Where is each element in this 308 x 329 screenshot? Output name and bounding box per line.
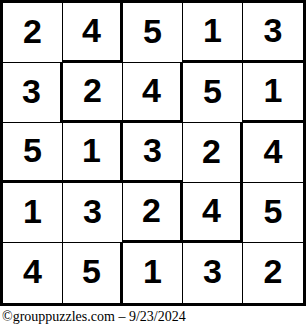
cell-r5c3: 1 [123,243,183,303]
cell-r3c5: 4 [243,123,303,183]
cell-r2c1: 3 [3,63,63,123]
cell-r1c2: 4 [63,3,123,63]
cell-r1c5: 3 [243,3,303,63]
cell-r3c3: 3 [123,123,183,183]
cell-r5c1: 4 [3,243,63,303]
cell-r1c1: 2 [3,3,63,63]
cell-r3c2: 1 [63,123,123,183]
cell-r2c4: 5 [183,63,243,123]
cell-r4c3: 2 [123,183,183,243]
cell-r1c4: 1 [183,3,243,63]
cell-r2c5: 1 [243,63,303,123]
cell-r4c2: 3 [63,183,123,243]
cell-r2c2: 2 [63,63,123,123]
cell-r5c4: 3 [183,243,243,303]
cell-r3c1: 5 [3,123,63,183]
copyright-footer: ©grouppuzzles.com – 9/23/2024 [2,309,186,325]
cell-r4c5: 5 [243,183,303,243]
puzzle-board: 2451332451513241324545132 [0,0,306,306]
cell-r4c4: 4 [183,183,243,243]
cell-r4c1: 1 [3,183,63,243]
cell-r5c5: 2 [243,243,303,303]
cell-r3c4: 2 [183,123,243,183]
cell-r2c3: 4 [123,63,183,123]
cell-r1c3: 5 [123,3,183,63]
cell-r5c2: 5 [63,243,123,303]
